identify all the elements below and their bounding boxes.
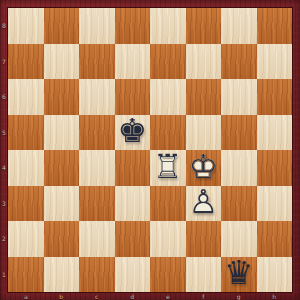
- square-b1[interactable]: [44, 257, 80, 293]
- chess-board-frame: ♚♜♖♚♔♟♙♛ 87654321 abcdefgh: [0, 0, 300, 300]
- square-c6[interactable]: [79, 79, 115, 115]
- square-d3[interactable]: [115, 186, 151, 222]
- square-g3[interactable]: [221, 186, 257, 222]
- square-e4[interactable]: ♜♖: [150, 150, 186, 186]
- square-f3[interactable]: ♟♙: [186, 186, 222, 222]
- square-b7[interactable]: [44, 44, 80, 80]
- file-label-f: f: [186, 292, 222, 300]
- square-f2[interactable]: [186, 221, 222, 257]
- square-a3[interactable]: [8, 186, 44, 222]
- square-e2[interactable]: [150, 221, 186, 257]
- square-b6[interactable]: [44, 79, 80, 115]
- square-a6[interactable]: [8, 79, 44, 115]
- square-e3[interactable]: [150, 186, 186, 222]
- square-h4[interactable]: [257, 150, 293, 186]
- square-g8[interactable]: [221, 8, 257, 44]
- square-a8[interactable]: [8, 8, 44, 44]
- square-h8[interactable]: [257, 8, 293, 44]
- square-f4[interactable]: ♚♔: [186, 150, 222, 186]
- square-c7[interactable]: [79, 44, 115, 80]
- square-c2[interactable]: [79, 221, 115, 257]
- square-c3[interactable]: [79, 186, 115, 222]
- file-label-h: h: [257, 292, 293, 300]
- square-b5[interactable]: [44, 115, 80, 151]
- square-h6[interactable]: [257, 79, 293, 115]
- rank-label-6: 6: [0, 79, 8, 115]
- square-b2[interactable]: [44, 221, 80, 257]
- square-e1[interactable]: [150, 257, 186, 293]
- square-f8[interactable]: [186, 8, 222, 44]
- rank-label-4: 4: [0, 150, 8, 186]
- square-d7[interactable]: [115, 44, 151, 80]
- white-pawn[interactable]: ♟♙: [186, 186, 222, 222]
- rank-label-5: 5: [0, 115, 8, 151]
- rank-label-1: 1: [0, 257, 8, 293]
- square-b8[interactable]: [44, 8, 80, 44]
- square-h5[interactable]: [257, 115, 293, 151]
- square-e8[interactable]: [150, 8, 186, 44]
- square-a7[interactable]: [8, 44, 44, 80]
- file-label-g: g: [221, 292, 257, 300]
- square-a2[interactable]: [8, 221, 44, 257]
- square-a4[interactable]: [8, 150, 44, 186]
- square-h3[interactable]: [257, 186, 293, 222]
- square-d2[interactable]: [115, 221, 151, 257]
- square-e5[interactable]: [150, 115, 186, 151]
- white-rook[interactable]: ♜♖: [150, 150, 186, 186]
- square-b3[interactable]: [44, 186, 80, 222]
- square-h2[interactable]: [257, 221, 293, 257]
- square-h1[interactable]: [257, 257, 293, 293]
- square-b4[interactable]: [44, 150, 80, 186]
- square-d6[interactable]: [115, 79, 151, 115]
- square-g4[interactable]: [221, 150, 257, 186]
- square-e6[interactable]: [150, 79, 186, 115]
- square-a1[interactable]: [8, 257, 44, 293]
- square-c4[interactable]: [79, 150, 115, 186]
- square-g2[interactable]: [221, 221, 257, 257]
- white-king[interactable]: ♚♔: [186, 150, 222, 186]
- square-d4[interactable]: [115, 150, 151, 186]
- file-label-a: a: [8, 292, 44, 300]
- file-label-b: b: [44, 292, 80, 300]
- square-d8[interactable]: [115, 8, 151, 44]
- square-g7[interactable]: [221, 44, 257, 80]
- file-label-d: d: [115, 292, 151, 300]
- square-c8[interactable]: [79, 8, 115, 44]
- square-h7[interactable]: [257, 44, 293, 80]
- square-a5[interactable]: [8, 115, 44, 151]
- square-c1[interactable]: [79, 257, 115, 293]
- square-f1[interactable]: [186, 257, 222, 293]
- chess-board: ♚♜♖♚♔♟♙♛: [8, 8, 292, 292]
- square-f6[interactable]: [186, 79, 222, 115]
- black-queen[interactable]: ♛: [221, 257, 257, 293]
- square-g5[interactable]: [221, 115, 257, 151]
- rank-label-2: 2: [0, 221, 8, 257]
- square-e7[interactable]: [150, 44, 186, 80]
- square-c5[interactable]: [79, 115, 115, 151]
- square-f5[interactable]: [186, 115, 222, 151]
- rank-labels: 87654321: [0, 8, 8, 292]
- square-g6[interactable]: [221, 79, 257, 115]
- black-king[interactable]: ♚: [115, 115, 151, 151]
- file-label-c: c: [79, 292, 115, 300]
- square-d5[interactable]: ♚: [115, 115, 151, 151]
- rank-label-8: 8: [0, 8, 8, 44]
- rank-label-3: 3: [0, 186, 8, 222]
- square-d1[interactable]: [115, 257, 151, 293]
- rank-label-7: 7: [0, 44, 8, 80]
- square-f7[interactable]: [186, 44, 222, 80]
- file-labels: abcdefgh: [8, 292, 292, 300]
- square-g1[interactable]: ♛: [221, 257, 257, 293]
- file-label-e: e: [150, 292, 186, 300]
